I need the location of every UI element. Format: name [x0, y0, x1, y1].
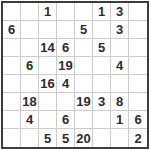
- empty-cell[interactable]: [3, 111, 21, 129]
- empty-cell[interactable]: [3, 129, 21, 147]
- clue-cell: 3: [93, 93, 111, 111]
- empty-cell[interactable]: [129, 3, 147, 21]
- clue-cell: 8: [111, 93, 129, 111]
- empty-cell[interactable]: [75, 3, 93, 21]
- empty-cell[interactable]: [21, 75, 39, 93]
- clue-cell: 1: [39, 3, 57, 21]
- clue-cell: 6: [3, 21, 21, 39]
- clue-cell: 5: [57, 129, 75, 147]
- empty-cell[interactable]: [3, 75, 21, 93]
- clue-cell: 5: [75, 21, 93, 39]
- clue-cell: 5: [39, 129, 57, 147]
- clue-cell: 6: [129, 111, 147, 129]
- clue-cell: 19: [75, 93, 93, 111]
- clue-cell: 3: [111, 3, 129, 21]
- clue-cell: 2: [129, 129, 147, 147]
- empty-cell[interactable]: [111, 129, 129, 147]
- clue-cell: 4: [57, 75, 75, 93]
- empty-cell[interactable]: [57, 93, 75, 111]
- empty-cell[interactable]: [3, 39, 21, 57]
- puzzle-board: 11365314656194164181938461655202: [0, 0, 150, 150]
- empty-cell[interactable]: [93, 75, 111, 93]
- empty-cell[interactable]: [93, 21, 111, 39]
- clue-cell: 18: [21, 93, 39, 111]
- empty-cell[interactable]: [75, 39, 93, 57]
- empty-cell[interactable]: [93, 57, 111, 75]
- empty-cell[interactable]: [111, 75, 129, 93]
- empty-cell[interactable]: [129, 21, 147, 39]
- clue-cell: 1: [93, 3, 111, 21]
- empty-cell[interactable]: [21, 39, 39, 57]
- clue-cell: 6: [57, 111, 75, 129]
- clue-cell: 20: [75, 129, 93, 147]
- clue-cell: 14: [39, 39, 57, 57]
- empty-cell[interactable]: [3, 57, 21, 75]
- puzzle-grid: 11365314656194164181938461655202: [1, 1, 149, 149]
- empty-cell[interactable]: [3, 3, 21, 21]
- empty-cell[interactable]: [39, 93, 57, 111]
- empty-cell[interactable]: [93, 111, 111, 129]
- clue-cell: 6: [21, 57, 39, 75]
- empty-cell[interactable]: [21, 21, 39, 39]
- empty-cell[interactable]: [39, 57, 57, 75]
- empty-cell[interactable]: [39, 21, 57, 39]
- empty-cell[interactable]: [75, 111, 93, 129]
- clue-cell: 4: [111, 57, 129, 75]
- empty-cell[interactable]: [57, 21, 75, 39]
- clue-cell: 19: [57, 57, 75, 75]
- empty-cell[interactable]: [75, 75, 93, 93]
- empty-cell[interactable]: [39, 111, 57, 129]
- clue-cell: 4: [21, 111, 39, 129]
- empty-cell[interactable]: [93, 129, 111, 147]
- empty-cell[interactable]: [3, 93, 21, 111]
- empty-cell[interactable]: [129, 57, 147, 75]
- empty-cell[interactable]: [21, 3, 39, 21]
- clue-cell: 1: [111, 111, 129, 129]
- empty-cell[interactable]: [111, 39, 129, 57]
- empty-cell[interactable]: [21, 129, 39, 147]
- clue-cell: 5: [93, 39, 111, 57]
- clue-cell: 6: [57, 39, 75, 57]
- empty-cell[interactable]: [129, 75, 147, 93]
- empty-cell[interactable]: [129, 93, 147, 111]
- clue-cell: 16: [39, 75, 57, 93]
- empty-cell[interactable]: [129, 39, 147, 57]
- empty-cell[interactable]: [75, 57, 93, 75]
- empty-cell[interactable]: [57, 3, 75, 21]
- clue-cell: 3: [111, 21, 129, 39]
